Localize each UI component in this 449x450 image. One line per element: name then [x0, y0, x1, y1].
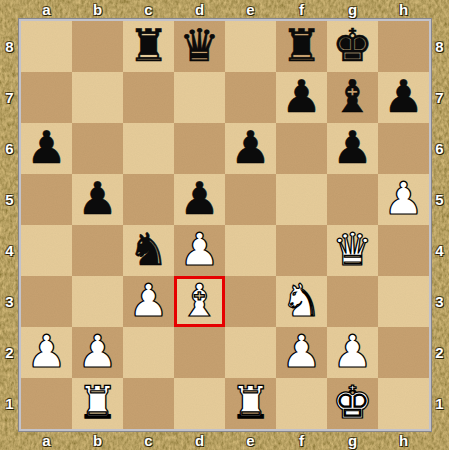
rank-labels-left: 87654321: [0, 21, 19, 429]
file-label-a: a: [21, 0, 72, 19]
piece-black-pawn[interactable]: ♟: [230, 122, 270, 173]
piece-white-pawn[interactable]: ♟: [77, 326, 117, 377]
square-f8[interactable]: ♜: [276, 21, 327, 72]
square-h6[interactable]: [378, 123, 429, 174]
square-g1[interactable]: ♚: [327, 378, 378, 429]
square-c2[interactable]: [123, 327, 174, 378]
rank-label-7: 7: [430, 72, 449, 123]
square-e3[interactable]: [225, 276, 276, 327]
square-d6[interactable]: [174, 123, 225, 174]
file-label-g: g: [327, 431, 378, 450]
square-h5[interactable]: ♟: [378, 174, 429, 225]
piece-white-king[interactable]: ♚: [332, 377, 372, 428]
piece-black-pawn[interactable]: ♟: [332, 122, 372, 173]
square-f6[interactable]: [276, 123, 327, 174]
rank-label-5: 5: [430, 174, 449, 225]
square-e6[interactable]: ♟: [225, 123, 276, 174]
square-b1[interactable]: ♜: [72, 378, 123, 429]
rank-label-8: 8: [430, 21, 449, 72]
square-d8[interactable]: ♛: [174, 21, 225, 72]
square-g6[interactable]: ♟: [327, 123, 378, 174]
square-e5[interactable]: [225, 174, 276, 225]
square-e1[interactable]: ♜: [225, 378, 276, 429]
square-a6[interactable]: ♟: [21, 123, 72, 174]
file-label-c: c: [123, 0, 174, 19]
square-a7[interactable]: [21, 72, 72, 123]
square-c7[interactable]: [123, 72, 174, 123]
file-label-h: h: [378, 431, 429, 450]
piece-black-queen[interactable]: ♛: [179, 20, 219, 71]
square-a5[interactable]: [21, 174, 72, 225]
rank-label-2: 2: [0, 327, 19, 378]
file-label-a: a: [21, 431, 72, 450]
piece-black-pawn[interactable]: ♟: [26, 122, 66, 173]
rank-label-6: 6: [0, 123, 19, 174]
piece-white-pawn[interactable]: ♟: [332, 326, 372, 377]
square-b4[interactable]: [72, 225, 123, 276]
piece-black-bishop[interactable]: ♝: [332, 71, 372, 122]
square-b5[interactable]: ♟: [72, 174, 123, 225]
square-a3[interactable]: [21, 276, 72, 327]
file-labels-top: abcdefgh: [21, 0, 429, 19]
file-label-d: d: [174, 431, 225, 450]
piece-white-pawn[interactable]: ♟: [26, 326, 66, 377]
square-g3[interactable]: [327, 276, 378, 327]
piece-black-knight[interactable]: ♞: [128, 224, 168, 275]
piece-white-knight[interactable]: ♞: [281, 275, 321, 326]
piece-black-pawn[interactable]: ♟: [77, 173, 117, 224]
square-c5[interactable]: [123, 174, 174, 225]
file-label-g: g: [327, 0, 378, 19]
square-c4[interactable]: ♞: [123, 225, 174, 276]
file-label-f: f: [276, 431, 327, 450]
chess-board[interactable]: ♜♛♜♚♟♝♟♟♟♟♟♟♟♞♟♛♟♝♞♟♟♟♟♜♜♚: [21, 21, 429, 429]
square-e4[interactable]: [225, 225, 276, 276]
piece-white-bishop[interactable]: ♝: [179, 275, 219, 326]
square-b8[interactable]: [72, 21, 123, 72]
rank-label-7: 7: [0, 72, 19, 123]
piece-black-rook[interactable]: ♜: [281, 20, 321, 71]
square-h4[interactable]: [378, 225, 429, 276]
square-e8[interactable]: [225, 21, 276, 72]
square-d4[interactable]: ♟: [174, 225, 225, 276]
piece-white-rook[interactable]: ♜: [230, 377, 270, 428]
file-labels-bottom: abcdefgh: [21, 431, 429, 450]
file-label-b: b: [72, 431, 123, 450]
piece-black-pawn[interactable]: ♟: [281, 71, 321, 122]
square-f3[interactable]: ♞: [276, 276, 327, 327]
rank-label-6: 6: [430, 123, 449, 174]
piece-black-pawn[interactable]: ♟: [383, 71, 423, 122]
square-h3[interactable]: [378, 276, 429, 327]
square-b6[interactable]: [72, 123, 123, 174]
square-d3[interactable]: ♝: [174, 276, 225, 327]
square-e2[interactable]: [225, 327, 276, 378]
file-label-e: e: [225, 431, 276, 450]
piece-black-rook[interactable]: ♜: [128, 20, 168, 71]
piece-black-pawn[interactable]: ♟: [179, 173, 219, 224]
rank-label-8: 8: [0, 21, 19, 72]
square-b3[interactable]: [72, 276, 123, 327]
square-b2[interactable]: ♟: [72, 327, 123, 378]
square-c3[interactable]: ♟: [123, 276, 174, 327]
file-label-h: h: [378, 0, 429, 19]
square-h1[interactable]: [378, 378, 429, 429]
square-h7[interactable]: ♟: [378, 72, 429, 123]
file-label-f: f: [276, 0, 327, 19]
rank-labels-right: 87654321: [430, 21, 449, 429]
rank-label-4: 4: [0, 225, 19, 276]
square-a1[interactable]: [21, 378, 72, 429]
file-label-c: c: [123, 431, 174, 450]
square-g8[interactable]: ♚: [327, 21, 378, 72]
square-g4[interactable]: ♛: [327, 225, 378, 276]
board-frame: ♜♛♜♚♟♝♟♟♟♟♟♟♟♞♟♛♟♝♞♟♟♟♟♜♜♚: [19, 19, 431, 431]
piece-white-pawn[interactable]: ♟: [383, 173, 423, 224]
chessboard-app: abcdefgh abcdefgh 87654321 87654321 ♜♛♜♚…: [0, 0, 449, 450]
piece-white-pawn[interactable]: ♟: [128, 275, 168, 326]
square-h8[interactable]: [378, 21, 429, 72]
square-f1[interactable]: [276, 378, 327, 429]
square-c1[interactable]: [123, 378, 174, 429]
square-h2[interactable]: [378, 327, 429, 378]
file-label-b: b: [72, 0, 123, 19]
rank-label-2: 2: [430, 327, 449, 378]
rank-label-3: 3: [0, 276, 19, 327]
square-f5[interactable]: [276, 174, 327, 225]
square-g5[interactable]: [327, 174, 378, 225]
square-c6[interactable]: [123, 123, 174, 174]
piece-white-rook[interactable]: ♜: [77, 377, 117, 428]
rank-label-3: 3: [430, 276, 449, 327]
square-e7[interactable]: [225, 72, 276, 123]
rank-label-1: 1: [430, 378, 449, 429]
piece-black-king[interactable]: ♚: [332, 20, 372, 71]
square-d7[interactable]: [174, 72, 225, 123]
square-a8[interactable]: [21, 21, 72, 72]
square-c8[interactable]: ♜: [123, 21, 174, 72]
square-d5[interactable]: ♟: [174, 174, 225, 225]
rank-label-4: 4: [430, 225, 449, 276]
piece-white-pawn[interactable]: ♟: [179, 224, 219, 275]
square-g7[interactable]: ♝: [327, 72, 378, 123]
square-a4[interactable]: [21, 225, 72, 276]
square-f2[interactable]: ♟: [276, 327, 327, 378]
square-g2[interactable]: ♟: [327, 327, 378, 378]
square-a2[interactable]: ♟: [21, 327, 72, 378]
file-label-e: e: [225, 0, 276, 19]
piece-white-queen[interactable]: ♛: [332, 224, 372, 275]
square-d2[interactable]: [174, 327, 225, 378]
square-f4[interactable]: [276, 225, 327, 276]
square-f7[interactable]: ♟: [276, 72, 327, 123]
rank-label-5: 5: [0, 174, 19, 225]
file-label-d: d: [174, 0, 225, 19]
square-d1[interactable]: [174, 378, 225, 429]
square-b7[interactable]: [72, 72, 123, 123]
rank-label-1: 1: [0, 378, 19, 429]
piece-white-pawn[interactable]: ♟: [281, 326, 321, 377]
